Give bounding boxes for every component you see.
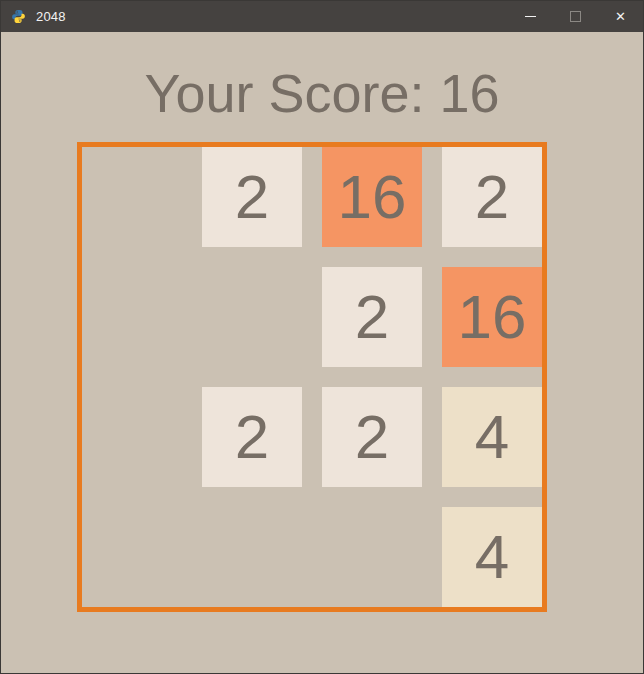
game-area: Your Score: 16 21622162244 (1, 32, 643, 673)
close-button[interactable]: ✕ (598, 1, 643, 32)
tile-r2c4-16: 16 (442, 267, 542, 367)
empty-cell-r4c1 (82, 507, 182, 607)
empty-cell-r2c2 (202, 267, 302, 367)
tile-r1c3-16: 16 (322, 147, 422, 247)
close-icon: ✕ (615, 10, 626, 23)
window-title: 2048 (36, 9, 66, 24)
app-window: 2048 ✕ Your Score: 16 21622162244 (0, 0, 644, 674)
maximize-button[interactable] (553, 1, 598, 32)
tile-r4c4-4: 4 (442, 507, 542, 607)
empty-cell-r4c3 (322, 507, 422, 607)
maximize-icon (570, 11, 581, 22)
board-grid: 21622162244 (82, 147, 542, 607)
empty-cell-r3c1 (82, 387, 182, 487)
tile-r1c4-2: 2 (442, 147, 542, 247)
board: 21622162244 (77, 142, 547, 612)
tile-r3c2-2: 2 (202, 387, 302, 487)
score-heading: Your Score: 16 (1, 62, 643, 124)
tile-r3c3-2: 2 (322, 387, 422, 487)
empty-cell-r2c1 (82, 267, 182, 367)
tile-r2c3-2: 2 (322, 267, 422, 367)
python-icon (10, 8, 26, 25)
window-controls: ✕ (508, 1, 643, 32)
empty-cell-r1c1 (82, 147, 182, 247)
empty-cell-r4c2 (202, 507, 302, 607)
tile-r3c4-4: 4 (442, 387, 542, 487)
tile-r1c2-2: 2 (202, 147, 302, 247)
title-bar[interactable]: 2048 ✕ (1, 1, 643, 32)
minimize-icon (525, 16, 536, 17)
minimize-button[interactable] (508, 1, 553, 32)
